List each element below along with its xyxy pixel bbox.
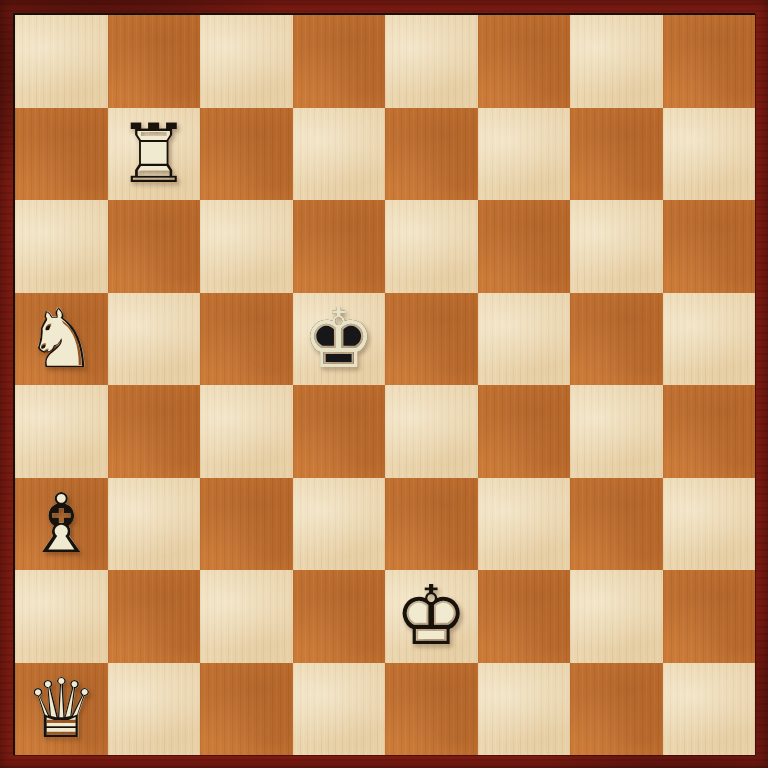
square-f1[interactable] (478, 663, 571, 756)
piece-line-layer: ♗ (18, 481, 104, 567)
square-d8[interactable] (293, 15, 386, 108)
square-b1[interactable] (108, 663, 201, 756)
square-h5[interactable] (663, 293, 756, 386)
square-c8[interactable] (200, 15, 293, 108)
square-h2[interactable] (663, 570, 756, 663)
square-f6[interactable] (478, 200, 571, 293)
piece-line-layer: ♖ (111, 111, 197, 197)
square-a3[interactable]: ♝♗ (15, 478, 108, 571)
square-c1[interactable] (200, 663, 293, 756)
chess-board: ♜♖♞♘♚♔♝♗♚♔♛♕ (13, 13, 755, 755)
square-g5[interactable] (570, 293, 663, 386)
square-h4[interactable] (663, 385, 756, 478)
square-e8[interactable] (385, 15, 478, 108)
square-e1[interactable] (385, 663, 478, 756)
square-d5[interactable]: ♚♔ (293, 293, 386, 386)
square-e5[interactable] (385, 293, 478, 386)
piece-line-layer: ♔ (388, 573, 474, 659)
square-e3[interactable] (385, 478, 478, 571)
board-frame: ♜♖♞♘♚♔♝♗♚♔♛♕ (0, 0, 768, 768)
square-c2[interactable] (200, 570, 293, 663)
square-d6[interactable] (293, 200, 386, 293)
square-g1[interactable] (570, 663, 663, 756)
square-f5[interactable] (478, 293, 571, 386)
square-g6[interactable] (570, 200, 663, 293)
square-c4[interactable] (200, 385, 293, 478)
square-f8[interactable] (478, 15, 571, 108)
square-a8[interactable] (15, 15, 108, 108)
square-g2[interactable] (570, 570, 663, 663)
square-c3[interactable] (200, 478, 293, 571)
square-a7[interactable] (15, 108, 108, 201)
square-h1[interactable] (663, 663, 756, 756)
white-rook-piece[interactable]: ♜♖ (111, 111, 197, 197)
square-h6[interactable] (663, 200, 756, 293)
piece-line-layer: ♕ (18, 666, 104, 752)
piece-line-layer: ♔ (296, 296, 382, 382)
square-d4[interactable] (293, 385, 386, 478)
square-g8[interactable] (570, 15, 663, 108)
white-queen-piece[interactable]: ♛♕ (18, 666, 104, 752)
square-d2[interactable] (293, 570, 386, 663)
square-d3[interactable] (293, 478, 386, 571)
square-e6[interactable] (385, 200, 478, 293)
piece-line-layer: ♘ (18, 296, 104, 382)
square-f3[interactable] (478, 478, 571, 571)
square-d7[interactable] (293, 108, 386, 201)
square-g4[interactable] (570, 385, 663, 478)
black-king-piece[interactable]: ♚♔ (296, 296, 382, 382)
square-a2[interactable] (15, 570, 108, 663)
square-h8[interactable] (663, 15, 756, 108)
square-g3[interactable] (570, 478, 663, 571)
square-c6[interactable] (200, 200, 293, 293)
square-a4[interactable] (15, 385, 108, 478)
white-king-piece[interactable]: ♚♔ (388, 573, 474, 659)
square-a5[interactable]: ♞♘ (15, 293, 108, 386)
square-b6[interactable] (108, 200, 201, 293)
square-b8[interactable] (108, 15, 201, 108)
square-c7[interactable] (200, 108, 293, 201)
square-e2[interactable]: ♚♔ (385, 570, 478, 663)
square-b2[interactable] (108, 570, 201, 663)
square-b5[interactable] (108, 293, 201, 386)
square-a6[interactable] (15, 200, 108, 293)
square-b7[interactable]: ♜♖ (108, 108, 201, 201)
square-g7[interactable] (570, 108, 663, 201)
white-bishop-piece[interactable]: ♝♗ (18, 481, 104, 567)
square-f7[interactable] (478, 108, 571, 201)
white-knight-piece[interactable]: ♞♘ (18, 296, 104, 382)
square-b4[interactable] (108, 385, 201, 478)
square-a1[interactable]: ♛♕ (15, 663, 108, 756)
square-d1[interactable] (293, 663, 386, 756)
square-f2[interactable] (478, 570, 571, 663)
square-e4[interactable] (385, 385, 478, 478)
square-b3[interactable] (108, 478, 201, 571)
square-h3[interactable] (663, 478, 756, 571)
square-f4[interactable] (478, 385, 571, 478)
square-h7[interactable] (663, 108, 756, 201)
square-c5[interactable] (200, 293, 293, 386)
square-e7[interactable] (385, 108, 478, 201)
